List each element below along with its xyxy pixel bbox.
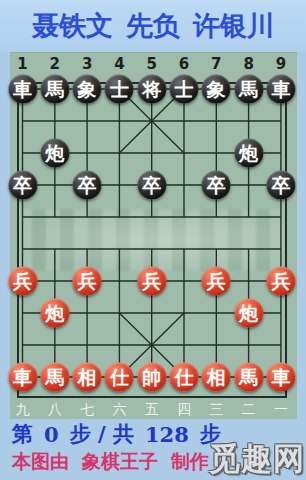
piece-red-r6c5[interactable]: 兵 [137,267,166,296]
piece-red-r9c3[interactable]: 相 [73,363,102,392]
site-watermark: 觅趣网 [209,438,305,480]
piece-red-r9c9[interactable]: 車 [266,363,295,392]
bottom-col-label-二: 二 [242,402,256,416]
piece-red-r6c1[interactable]: 兵 [8,267,37,296]
top-col-label-4: 4 [114,57,124,72]
credit-part: 象棋王子 [82,449,158,475]
piece-red-r9c5[interactable]: 帥 [137,363,166,392]
piece-red-r6c3[interactable]: 兵 [73,267,102,296]
top-col-label-8: 8 [243,57,253,72]
piece-black-r3c3[interactable]: 卒 [73,171,102,200]
credit-line: 本图由 象棋王子 制作 [12,449,209,475]
piece-red-r7c2[interactable]: 炮 [40,299,69,328]
top-col-label-5: 5 [146,57,156,72]
credit-part: 制作 [171,449,209,475]
piece-red-r6c7[interactable]: 兵 [202,267,231,296]
piece-black-r3c1[interactable]: 卒 [8,171,37,200]
move-counter: 第 0 步 / 共 128 步 [12,421,221,447]
bottom-col-label-一: 一 [274,402,288,416]
game-title: 聂铁文 先负 许银川 [0,0,306,52]
piece-black-r0c8[interactable]: 馬 [234,75,263,104]
bottom-col-label-九: 九 [16,402,30,416]
piece-black-r3c5[interactable]: 卒 [137,171,166,200]
piece-black-r0c7[interactable]: 象 [202,75,231,104]
top-col-label-2: 2 [50,57,60,72]
top-col-label-1: 1 [17,57,27,72]
step-mid-label: 步 / 共 [70,420,134,448]
red-player-name: 聂铁文 [32,8,113,44]
black-player-name: 许银川 [193,8,274,44]
step-prefix-label: 第 [12,420,33,448]
top-col-label-7: 7 [211,57,221,72]
piece-red-r9c8[interactable]: 馬 [234,363,263,392]
bottom-col-label-四: 四 [177,402,191,416]
piece-black-r0c4[interactable]: 士 [105,75,134,104]
piece-black-r3c9[interactable]: 卒 [266,171,295,200]
bottom-col-label-五: 五 [145,402,159,416]
piece-red-r9c2[interactable]: 馬 [40,363,69,392]
piece-black-r0c6[interactable]: 士 [170,75,199,104]
piece-black-r0c2[interactable]: 馬 [40,75,69,104]
piece-black-r0c5[interactable]: 将 [137,75,166,104]
current-step-value: 0 [44,422,59,447]
top-col-label-9: 9 [276,57,286,72]
piece-black-r0c9[interactable]: 車 [266,75,295,104]
piece-red-r9c4[interactable]: 仕 [105,363,134,392]
xiangqi-board[interactable]: 123456789 九八七六五四三二一 車馬象士将士象馬車炮炮卒卒卒卒卒兵兵兵兵… [10,52,297,419]
piece-red-r7c8[interactable]: 炮 [234,299,263,328]
total-steps-value: 128 [145,422,189,447]
piece-red-r9c6[interactable]: 仕 [170,363,199,392]
piece-red-r9c7[interactable]: 相 [202,363,231,392]
piece-black-r2c8[interactable]: 炮 [234,139,263,168]
credit-part: 本图由 [12,449,69,475]
piece-red-r9c1[interactable]: 車 [8,363,37,392]
bottom-col-label-八: 八 [48,402,62,416]
top-col-label-3: 3 [82,57,92,72]
bottom-col-label-六: 六 [112,402,126,416]
top-col-label-6: 6 [179,57,189,72]
bottom-col-label-七: 七 [80,402,94,416]
piece-black-r2c2[interactable]: 炮 [40,139,69,168]
bottom-col-label-三: 三 [209,402,223,416]
piece-black-r3c7[interactable]: 卒 [202,171,231,200]
piece-red-r6c9[interactable]: 兵 [266,267,295,296]
game-result: 先负 [126,8,180,44]
piece-black-r0c3[interactable]: 象 [73,75,102,104]
piece-black-r0c1[interactable]: 車 [8,75,37,104]
